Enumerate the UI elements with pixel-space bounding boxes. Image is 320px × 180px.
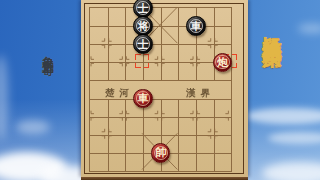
- piece-red-general[interactable]: 帥: [151, 143, 171, 163]
- piece-glyph: 士: [138, 3, 149, 14]
- piece-red-chariot[interactable]: 車: [133, 89, 153, 109]
- piece-glyph: 炮: [217, 57, 228, 68]
- piece-glyph: 車: [138, 93, 149, 104]
- piece-black-chariot[interactable]: 車: [186, 16, 206, 36]
- video-frame: 象棋刘正哥 疑难绝妙实用 楚河 漢界 士将士車炮車帥: [0, 0, 320, 180]
- piece-red-cannon[interactable]: 炮: [213, 53, 233, 73]
- piece-layer: 士将士車炮車帥: [0, 0, 320, 180]
- piece-black-advisor-bottom[interactable]: 士: [133, 34, 153, 54]
- piece-black-general[interactable]: 将: [133, 16, 153, 36]
- piece-glyph: 帥: [155, 148, 166, 159]
- piece-black-advisor-top[interactable]: 士: [133, 0, 153, 18]
- piece-glyph: 将: [138, 21, 149, 32]
- piece-glyph: 士: [138, 39, 149, 50]
- piece-glyph: 車: [191, 21, 202, 32]
